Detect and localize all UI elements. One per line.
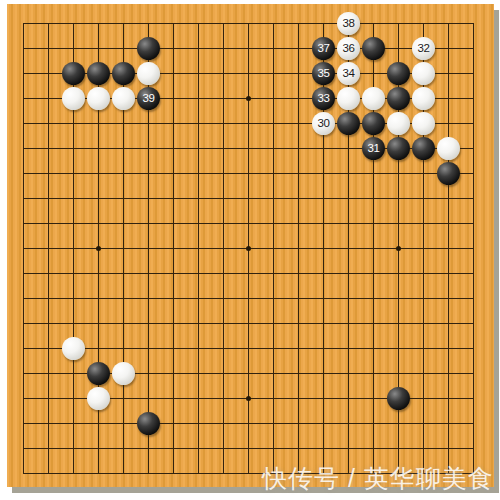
go-stone-black — [387, 387, 410, 410]
go-stone-black — [362, 112, 385, 135]
board-intersection — [361, 111, 386, 136]
board-intersection — [411, 111, 436, 136]
board-intersection — [411, 61, 436, 86]
go-stone-white — [87, 87, 110, 110]
stones-grid: 39383736323534333031 — [11, 11, 486, 486]
board-intersection — [86, 61, 111, 86]
go-stone-black — [137, 37, 160, 60]
board-intersection: 30 — [311, 111, 336, 136]
go-stone-white — [412, 87, 435, 110]
go-stone-white — [437, 137, 460, 160]
go-stone-white — [62, 337, 85, 360]
board-intersection: 35 — [311, 61, 336, 86]
board-intersection — [86, 361, 111, 386]
go-stone-black-move-33: 33 — [312, 87, 335, 110]
go-stone-white — [62, 87, 85, 110]
board-intersection — [436, 161, 461, 186]
board-intersection — [386, 61, 411, 86]
board-intersection — [111, 61, 136, 86]
go-stone-black — [137, 412, 160, 435]
go-stone-white — [112, 87, 135, 110]
go-stone-black — [387, 87, 410, 110]
go-stone-white — [387, 112, 410, 135]
go-stone-black — [337, 112, 360, 135]
board-intersection: 34 — [336, 61, 361, 86]
go-board: 39383736323534333031 — [7, 4, 494, 487]
go-stone-black-move-39: 39 — [137, 87, 160, 110]
board-intersection — [111, 361, 136, 386]
board-intersection — [411, 86, 436, 111]
go-stone-black — [87, 362, 110, 385]
board-intersection — [386, 386, 411, 411]
go-stone-black — [362, 37, 385, 60]
board-intersection — [136, 61, 161, 86]
go-stone-black — [112, 62, 135, 85]
go-stone-black — [387, 137, 410, 160]
go-stone-white — [112, 362, 135, 385]
go-stone-black — [437, 162, 460, 185]
go-stone-white-move-30: 30 — [312, 112, 335, 135]
board-intersection — [61, 61, 86, 86]
board-intersection: 36 — [336, 36, 361, 61]
board-intersection: 31 — [361, 136, 386, 161]
go-stone-black-move-31: 31 — [362, 137, 385, 160]
board-intersection — [86, 386, 111, 411]
board-intersection — [61, 336, 86, 361]
board-intersection: 38 — [336, 11, 361, 36]
board-intersection — [386, 136, 411, 161]
go-stone-white-move-38: 38 — [337, 12, 360, 35]
go-stone-black — [412, 137, 435, 160]
screenshot-stage: 39383736323534333031 快传号 / 英华聊美食 — [0, 0, 500, 500]
go-stone-black — [87, 62, 110, 85]
go-stone-white-move-34: 34 — [337, 62, 360, 85]
board-intersection — [136, 411, 161, 436]
board-intersection — [361, 86, 386, 111]
board-intersection: 33 — [311, 86, 336, 111]
go-stone-white-move-32: 32 — [412, 37, 435, 60]
go-stone-white — [412, 112, 435, 135]
board-intersection — [361, 36, 386, 61]
board-intersection — [111, 86, 136, 111]
go-stone-white — [362, 87, 385, 110]
board-intersection — [136, 36, 161, 61]
board-intersection — [86, 86, 111, 111]
board-intersection — [386, 111, 411, 136]
board-intersection: 37 — [311, 36, 336, 61]
board-intersection: 39 — [136, 86, 161, 111]
board-intersection — [336, 86, 361, 111]
board-intersection — [336, 111, 361, 136]
go-stone-black-move-37: 37 — [312, 37, 335, 60]
board-intersection — [386, 86, 411, 111]
go-stone-black — [387, 62, 410, 85]
board-intersection — [436, 136, 461, 161]
go-stone-white-move-36: 36 — [337, 37, 360, 60]
go-stone-white — [337, 87, 360, 110]
go-stone-black-move-35: 35 — [312, 62, 335, 85]
go-stone-white — [87, 387, 110, 410]
board-intersection — [411, 136, 436, 161]
go-stone-black — [62, 62, 85, 85]
board-intersection: 32 — [411, 36, 436, 61]
watermark-text: 快传号 / 英华聊美食 — [262, 462, 494, 495]
go-stone-white — [137, 62, 160, 85]
go-stone-white — [412, 62, 435, 85]
board-intersection — [61, 86, 86, 111]
